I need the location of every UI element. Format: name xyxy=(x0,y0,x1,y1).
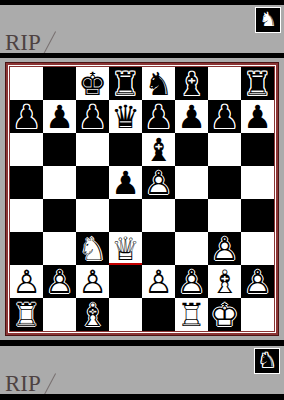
black-pawn-piece: ♟ xyxy=(241,100,274,133)
white-king-piece: ♔ xyxy=(208,298,241,331)
square-b2[interactable]: ♙ xyxy=(43,265,76,298)
square-b7[interactable]: ♟ xyxy=(43,100,76,133)
square-a7[interactable]: ♟ xyxy=(10,100,43,133)
square-g3[interactable]: ♙ xyxy=(208,232,241,265)
bottom-edge-strip xyxy=(0,394,284,400)
square-c2[interactable]: ♙ xyxy=(76,265,109,298)
square-e7[interactable]: ♟ xyxy=(142,100,175,133)
square-g7[interactable]: ♟ xyxy=(208,100,241,133)
square-g5[interactable] xyxy=(208,166,241,199)
square-a6[interactable] xyxy=(10,133,43,166)
top-edge-strip xyxy=(0,0,284,5)
square-g2[interactable]: ♗ xyxy=(208,265,241,298)
white-knight-icon: ♞ xyxy=(255,7,281,33)
top-watermark: RIP xyxy=(5,32,41,54)
square-f4[interactable] xyxy=(175,199,208,232)
white-pawn-piece: ♙ xyxy=(208,232,241,265)
square-a1[interactable]: ♖ xyxy=(10,298,43,331)
white-pawn-piece: ♙ xyxy=(142,166,175,199)
black-pawn-piece: ♟ xyxy=(76,100,109,133)
square-a2[interactable]: ♙ xyxy=(10,265,43,298)
white-bishop-piece: ♗ xyxy=(208,265,241,298)
black-rook-piece: ♜ xyxy=(109,67,142,100)
black-pawn-piece: ♟ xyxy=(208,100,241,133)
square-b1[interactable] xyxy=(43,298,76,331)
square-d8[interactable]: ♜ xyxy=(109,67,142,100)
square-f6[interactable] xyxy=(175,133,208,166)
black-knight-icon: ♞ xyxy=(254,348,280,374)
square-c3[interactable]: ♘ xyxy=(76,232,109,265)
phone-chess-screen: ♞ RIP ♚♜♞♝♜♟♟♟♛♟♟♟♟♝♟♙♘♕♙♙♙♙♙♙♗♙♖♗♖♔ ♞ R… xyxy=(0,0,284,400)
square-f5[interactable] xyxy=(175,166,208,199)
white-rook-piece: ♖ xyxy=(10,298,43,331)
square-g8[interactable] xyxy=(208,67,241,100)
square-e1[interactable] xyxy=(142,298,175,331)
square-g1[interactable]: ♔ xyxy=(208,298,241,331)
white-pawn-piece: ♙ xyxy=(241,265,274,298)
black-pawn-piece: ♟ xyxy=(43,100,76,133)
white-bishop-piece: ♗ xyxy=(76,298,109,331)
square-g4[interactable] xyxy=(208,199,241,232)
square-e3[interactable] xyxy=(142,232,175,265)
square-c5[interactable] xyxy=(76,166,109,199)
white-pawn-piece: ♙ xyxy=(175,265,208,298)
black-bishop-piece: ♝ xyxy=(142,133,175,166)
square-c4[interactable] xyxy=(76,199,109,232)
square-d1[interactable] xyxy=(109,298,142,331)
square-a4[interactable] xyxy=(10,199,43,232)
square-a5[interactable] xyxy=(10,166,43,199)
square-h6[interactable] xyxy=(241,133,274,166)
square-b4[interactable] xyxy=(43,199,76,232)
square-a8[interactable] xyxy=(10,67,43,100)
square-e6[interactable]: ♝ xyxy=(142,133,175,166)
square-e5[interactable]: ♙ xyxy=(142,166,175,199)
square-c1[interactable]: ♗ xyxy=(76,298,109,331)
board-frame: ♚♜♞♝♜♟♟♟♛♟♟♟♟♝♟♙♘♕♙♙♙♙♙♙♗♙♖♗♖♔ xyxy=(5,62,279,336)
square-e2[interactable]: ♙ xyxy=(142,265,175,298)
square-d3[interactable]: ♕ xyxy=(109,232,142,265)
square-h5[interactable] xyxy=(241,166,274,199)
square-b3[interactable] xyxy=(43,232,76,265)
black-rook-piece: ♜ xyxy=(241,67,274,100)
square-b8[interactable] xyxy=(43,67,76,100)
black-pawn-piece: ♟ xyxy=(142,100,175,133)
square-d5[interactable]: ♟ xyxy=(109,166,142,199)
square-e8[interactable]: ♞ xyxy=(142,67,175,100)
square-a3[interactable] xyxy=(10,232,43,265)
square-c7[interactable]: ♟ xyxy=(76,100,109,133)
square-c6[interactable] xyxy=(76,133,109,166)
square-f2[interactable]: ♙ xyxy=(175,265,208,298)
square-c8[interactable]: ♚ xyxy=(76,67,109,100)
square-f8[interactable]: ♝ xyxy=(175,67,208,100)
white-pawn-piece: ♙ xyxy=(43,265,76,298)
black-king-piece: ♚ xyxy=(76,67,109,100)
top-watermark-slash xyxy=(43,31,56,54)
square-e4[interactable] xyxy=(142,199,175,232)
black-queen-piece: ♛ xyxy=(109,100,142,133)
square-h2[interactable]: ♙ xyxy=(241,265,274,298)
black-bishop-piece: ♝ xyxy=(175,67,208,100)
square-h4[interactable] xyxy=(241,199,274,232)
white-pawn-piece: ♙ xyxy=(10,265,43,298)
white-pawn-piece: ♙ xyxy=(76,265,109,298)
square-h3[interactable] xyxy=(241,232,274,265)
square-h7[interactable]: ♟ xyxy=(241,100,274,133)
square-d7[interactable]: ♛ xyxy=(109,100,142,133)
black-knight-piece: ♞ xyxy=(142,67,175,100)
top-bar-bottom-strip xyxy=(0,53,284,58)
bottom-watermark: RIP xyxy=(5,373,41,395)
square-b5[interactable] xyxy=(43,166,76,199)
white-rook-piece: ♖ xyxy=(175,298,208,331)
square-h1[interactable] xyxy=(241,298,274,331)
bottom-bar-top-strip xyxy=(0,340,284,346)
black-pawn-piece: ♟ xyxy=(10,100,43,133)
square-g6[interactable] xyxy=(208,133,241,166)
square-d4[interactable] xyxy=(109,199,142,232)
white-pawn-piece: ♙ xyxy=(142,265,175,298)
black-pawn-piece: ♟ xyxy=(109,166,142,199)
square-b6[interactable] xyxy=(43,133,76,166)
square-f1[interactable]: ♖ xyxy=(175,298,208,331)
square-h8[interactable]: ♜ xyxy=(241,67,274,100)
white-queen-piece: ♕ xyxy=(109,232,142,265)
square-d2[interactable] xyxy=(109,265,142,298)
board: ♚♜♞♝♜♟♟♟♛♟♟♟♟♝♟♙♘♕♙♙♙♙♙♙♗♙♖♗♖♔ xyxy=(10,67,274,331)
black-pawn-piece: ♟ xyxy=(175,100,208,133)
square-f3[interactable] xyxy=(175,232,208,265)
white-knight-piece: ♘ xyxy=(76,232,109,265)
square-d6[interactable] xyxy=(109,133,142,166)
square-f7[interactable]: ♟ xyxy=(175,100,208,133)
